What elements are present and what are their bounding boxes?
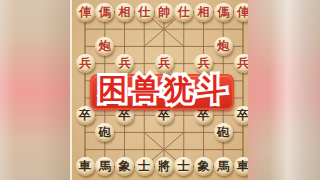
- caption-banner: 困兽犹斗 困兽犹斗: [90, 74, 234, 110]
- piece-black-砲-f1r7[interactable]: 砲: [95, 123, 114, 142]
- xiangqi-board[interactable]: 俥傌相仕帥仕相傌俥炮炮兵兵兵兵兵卒卒卒卒卒砲砲車馬象士將士象馬車 困兽犹斗 困兽…: [70, 0, 252, 180]
- piece-red-仕-f5r0[interactable]: 仕: [174, 3, 193, 22]
- piece-red-傌-f7r0[interactable]: 傌: [214, 3, 233, 22]
- piece-black-車-f0r9[interactable]: 車: [76, 157, 95, 176]
- caption-text: 困兽犹斗: [92, 70, 232, 110]
- piece-black-士-f3r9[interactable]: 士: [135, 157, 154, 176]
- piece-black-將-f4r9[interactable]: 將: [155, 157, 174, 176]
- piece-red-仕-f3r0[interactable]: 仕: [135, 3, 154, 22]
- piece-red-炮-f1r2[interactable]: 炮: [95, 37, 114, 56]
- piece-red-炮-f7r2[interactable]: 炮: [214, 37, 233, 56]
- piece-black-砲-f7r7[interactable]: 砲: [214, 123, 233, 142]
- piece-red-相-f6r0[interactable]: 相: [194, 3, 213, 22]
- piece-red-傌-f1r0[interactable]: 傌: [95, 3, 114, 22]
- piece-red-相-f2r0[interactable]: 相: [115, 3, 134, 22]
- right-blur-margin: [248, 0, 320, 180]
- video-frame: 俥傌相仕帥仕相傌俥炮炮兵兵兵兵兵卒卒卒卒卒砲砲車馬象士將士象馬車 困兽犹斗 困兽…: [0, 0, 320, 180]
- piece-red-帥-f4r0[interactable]: 帥: [155, 3, 174, 22]
- left-blur-margin: [0, 0, 70, 180]
- piece-red-俥-f0r0[interactable]: 俥: [76, 3, 95, 22]
- piece-black-馬-f7r9[interactable]: 馬: [214, 157, 233, 176]
